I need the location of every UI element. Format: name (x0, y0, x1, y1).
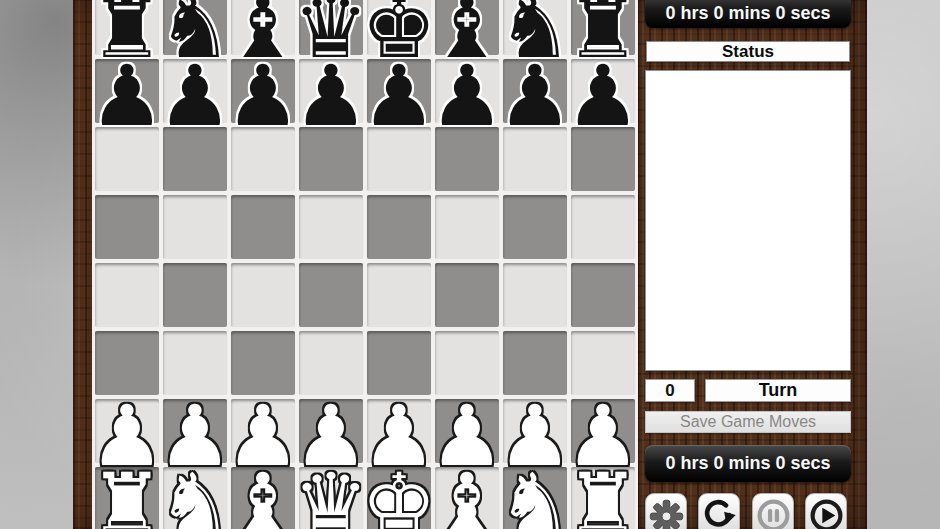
square-e6[interactable] (367, 127, 431, 191)
white-bishop[interactable]: ♝ (231, 472, 295, 529)
black-pawn[interactable]: ♟ (231, 64, 295, 128)
square-e1[interactable]: ♚ (367, 467, 431, 529)
square-c5[interactable] (231, 195, 295, 259)
black-timer: 0 hrs 0 mins 0 secs (645, 445, 851, 482)
square-b7[interactable]: ♟ (163, 59, 227, 123)
square-f6[interactable] (435, 127, 499, 191)
pause-icon (755, 497, 792, 529)
square-c3[interactable] (231, 331, 295, 395)
white-timer-text: 0 hrs 0 mins 0 secs (665, 3, 830, 24)
turn-indicator-label: Turn (759, 380, 798, 401)
white-rook[interactable]: ♜ (95, 472, 159, 529)
square-b1[interactable]: ♞ (163, 467, 227, 529)
square-e5[interactable] (367, 195, 431, 259)
settings-button[interactable] (645, 493, 687, 529)
square-g3[interactable] (503, 331, 567, 395)
black-pawn[interactable]: ♟ (503, 64, 567, 128)
square-h4[interactable] (571, 263, 635, 327)
status-log-panel[interactable] (645, 70, 851, 371)
restart-button[interactable] (698, 493, 740, 529)
square-b6[interactable] (163, 127, 227, 191)
white-king[interactable]: ♚ (367, 472, 431, 529)
square-d3[interactable] (299, 331, 363, 395)
square-a5[interactable] (95, 195, 159, 259)
square-h2[interactable]: ♟ (571, 399, 635, 463)
square-f7[interactable]: ♟ (435, 59, 499, 123)
white-rook[interactable]: ♜ (571, 472, 635, 529)
pause-button[interactable] (752, 493, 794, 529)
turn-indicator: Turn (705, 379, 851, 402)
square-g4[interactable] (503, 263, 567, 327)
square-d1[interactable]: ♛ (299, 467, 363, 529)
square-g1[interactable]: ♞ (503, 467, 567, 529)
square-a3[interactable] (95, 331, 159, 395)
white-bishop[interactable]: ♝ (435, 472, 499, 529)
square-c6[interactable] (231, 127, 295, 191)
black-pawn[interactable]: ♟ (299, 64, 363, 128)
square-f2[interactable]: ♟ (435, 399, 499, 463)
black-timer-text: 0 hrs 0 mins 0 secs (665, 453, 830, 474)
chess-board[interactable]: ♜♞♝♛♚♝♞♜♟♟♟♟♟♟♟♟♟♟♟♟♟♟♟♟♜♞♝♛♚♝♞♜ (92, 0, 638, 529)
square-f3[interactable] (435, 331, 499, 395)
square-a7[interactable]: ♟ (95, 59, 159, 123)
square-e7[interactable]: ♟ (367, 59, 431, 123)
square-a1[interactable]: ♜ (95, 467, 159, 529)
gear-icon (648, 497, 685, 529)
square-a4[interactable] (95, 263, 159, 327)
square-d4[interactable] (299, 263, 363, 327)
square-b5[interactable] (163, 195, 227, 259)
square-h7[interactable]: ♟ (571, 59, 635, 123)
square-c7[interactable]: ♟ (231, 59, 295, 123)
black-pawn[interactable]: ♟ (163, 64, 227, 128)
rotate-arrow-icon (701, 497, 738, 529)
square-h1[interactable]: ♜ (571, 467, 635, 529)
square-d2[interactable]: ♟ (299, 399, 363, 463)
square-b2[interactable]: ♟ (163, 399, 227, 463)
white-knight[interactable]: ♞ (163, 472, 227, 529)
square-f5[interactable] (435, 195, 499, 259)
square-e3[interactable] (367, 331, 431, 395)
square-b3[interactable] (163, 331, 227, 395)
square-h6[interactable] (571, 127, 635, 191)
square-b4[interactable] (163, 263, 227, 327)
white-timer: 0 hrs 0 mins 0 secs (645, 0, 851, 28)
square-c2[interactable]: ♟ (231, 399, 295, 463)
square-e4[interactable] (367, 263, 431, 327)
square-h3[interactable] (571, 331, 635, 395)
square-g6[interactable] (503, 127, 567, 191)
square-a6[interactable] (95, 127, 159, 191)
move-count-box: 0 (645, 379, 695, 402)
square-d7[interactable]: ♟ (299, 59, 363, 123)
square-f1[interactable]: ♝ (435, 467, 499, 529)
black-pawn[interactable]: ♟ (571, 64, 635, 128)
play-button[interactable] (805, 493, 847, 529)
black-pawn[interactable]: ♟ (367, 64, 431, 128)
square-g7[interactable]: ♟ (503, 59, 567, 123)
status-header-label: Status (722, 42, 774, 62)
square-d5[interactable] (299, 195, 363, 259)
square-c4[interactable] (231, 263, 295, 327)
move-count-value: 0 (665, 381, 674, 401)
save-game-moves-button[interactable]: Save Game Moves (645, 411, 851, 433)
black-pawn[interactable]: ♟ (95, 64, 159, 128)
status-header: Status (646, 41, 850, 62)
square-a2[interactable]: ♟ (95, 399, 159, 463)
white-queen[interactable]: ♛ (299, 472, 363, 529)
square-g5[interactable] (503, 195, 567, 259)
square-f4[interactable] (435, 263, 499, 327)
save-game-moves-label: Save Game Moves (680, 413, 816, 431)
square-c1[interactable]: ♝ (231, 467, 295, 529)
square-e2[interactable]: ♟ (367, 399, 431, 463)
play-icon (808, 497, 845, 529)
square-h5[interactable] (571, 195, 635, 259)
white-knight[interactable]: ♞ (503, 472, 567, 529)
square-d6[interactable] (299, 127, 363, 191)
square-g2[interactable]: ♟ (503, 399, 567, 463)
black-pawn[interactable]: ♟ (435, 64, 499, 128)
